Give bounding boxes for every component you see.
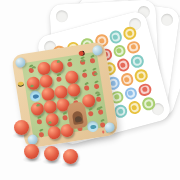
loose-red-ball-peg[interactable] xyxy=(24,144,39,159)
corner-peg[interactable] xyxy=(92,45,103,56)
apple-print-empty-hole xyxy=(39,132,45,138)
card-picture-circle xyxy=(127,100,143,116)
apple-print-empty-hole xyxy=(37,119,43,125)
card-picture-circle xyxy=(112,43,128,59)
sprout-icon xyxy=(57,60,61,64)
apple-print-empty-hole xyxy=(56,76,62,82)
card-picture-circle xyxy=(134,68,150,84)
card-picture-circle xyxy=(123,86,139,102)
card-corner-hole xyxy=(56,10,69,23)
card-picture-circle xyxy=(137,82,153,98)
tree-with-hedgehog-icon xyxy=(65,101,91,130)
loose-red-ball-peg[interactable] xyxy=(14,120,29,135)
sprout-icon xyxy=(81,60,85,64)
apple-print-empty-hole xyxy=(84,85,90,91)
card-picture-circle xyxy=(119,72,135,88)
card-corner-hole xyxy=(178,24,180,39)
sprout-icon xyxy=(96,108,100,112)
card-corner-hole xyxy=(160,13,174,27)
corner-peg[interactable] xyxy=(104,122,115,133)
card-picture-circle xyxy=(108,29,124,45)
board-cell xyxy=(88,54,97,68)
board-field xyxy=(22,52,109,139)
sprout-icon xyxy=(30,85,34,89)
apple-print-empty-hole xyxy=(82,72,88,78)
card-picture-circle xyxy=(116,57,132,73)
apple-print-empty-hole xyxy=(67,62,73,68)
sprout-icon xyxy=(31,66,35,70)
board-grid xyxy=(24,54,106,136)
sprout-icon xyxy=(94,73,98,77)
whale-picture-hole[interactable] xyxy=(29,90,42,103)
bee-icon xyxy=(17,82,24,88)
sprout-icon xyxy=(48,122,52,126)
loose-red-ball-peg[interactable] xyxy=(63,149,78,164)
apple-print-empty-hole xyxy=(90,58,96,64)
sprout-icon xyxy=(95,91,99,95)
apple-print-empty-hole xyxy=(96,96,102,102)
apple-print-empty-hole xyxy=(94,84,100,90)
product-photo-scene xyxy=(0,0,180,180)
card-picture-circle xyxy=(126,39,142,55)
sprout-icon xyxy=(36,104,40,108)
loose-red-ball-peg[interactable] xyxy=(44,146,59,161)
card-picture-circle xyxy=(130,54,146,70)
